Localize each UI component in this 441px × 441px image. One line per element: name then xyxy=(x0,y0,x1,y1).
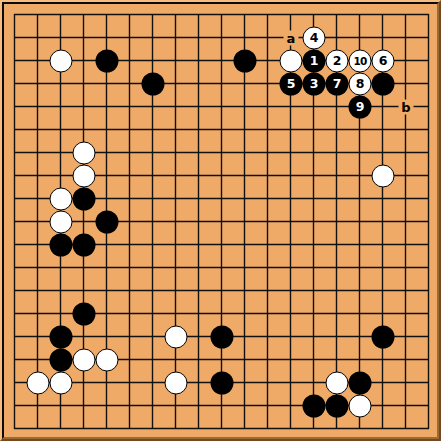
white-stone[interactable] xyxy=(280,50,303,73)
black-stone-move-5[interactable]: 5 xyxy=(280,73,303,96)
black-stone[interactable] xyxy=(73,188,96,211)
black-stone[interactable] xyxy=(96,211,119,234)
black-stone[interactable] xyxy=(372,326,395,349)
white-stone[interactable] xyxy=(165,372,188,395)
black-stone[interactable] xyxy=(142,73,165,96)
point-label-b: b xyxy=(399,100,414,115)
black-stone[interactable] xyxy=(73,234,96,257)
white-stone[interactable] xyxy=(27,372,50,395)
black-stone[interactable] xyxy=(50,326,73,349)
white-stone[interactable] xyxy=(165,326,188,349)
white-stone-move-10[interactable]: 10 xyxy=(349,50,372,73)
white-stone[interactable] xyxy=(73,142,96,165)
white-stone[interactable] xyxy=(50,372,73,395)
black-stone[interactable] xyxy=(326,395,349,418)
white-stone-move-6[interactable]: 6 xyxy=(372,50,395,73)
white-stone[interactable] xyxy=(73,349,96,372)
black-stone[interactable] xyxy=(349,372,372,395)
white-stone[interactable] xyxy=(73,165,96,188)
white-stone[interactable] xyxy=(326,372,349,395)
white-stone-move-4[interactable]: 4 xyxy=(303,27,326,50)
white-stone[interactable] xyxy=(50,188,73,211)
white-stone[interactable] xyxy=(50,211,73,234)
white-stone[interactable] xyxy=(50,50,73,73)
black-stone[interactable] xyxy=(211,372,234,395)
white-stone[interactable] xyxy=(96,349,119,372)
black-stone[interactable] xyxy=(234,50,257,73)
black-stone[interactable] xyxy=(372,73,395,96)
black-stone[interactable] xyxy=(211,326,234,349)
white-stone[interactable] xyxy=(349,395,372,418)
black-stone[interactable] xyxy=(50,349,73,372)
go-board: 41210653789ab xyxy=(0,0,441,441)
white-stone[interactable] xyxy=(372,165,395,188)
black-stone-move-1[interactable]: 1 xyxy=(303,50,326,73)
black-stone[interactable] xyxy=(303,395,326,418)
black-stone-move-3[interactable]: 3 xyxy=(303,73,326,96)
black-stone-move-7[interactable]: 7 xyxy=(326,73,349,96)
point-label-a: a xyxy=(284,31,299,46)
black-stone-move-9[interactable]: 9 xyxy=(349,96,372,119)
white-stone-move-8[interactable]: 8 xyxy=(349,73,372,96)
black-stone[interactable] xyxy=(96,50,119,73)
black-stone[interactable] xyxy=(73,303,96,326)
white-stone-move-2[interactable]: 2 xyxy=(326,50,349,73)
black-stone[interactable] xyxy=(50,234,73,257)
